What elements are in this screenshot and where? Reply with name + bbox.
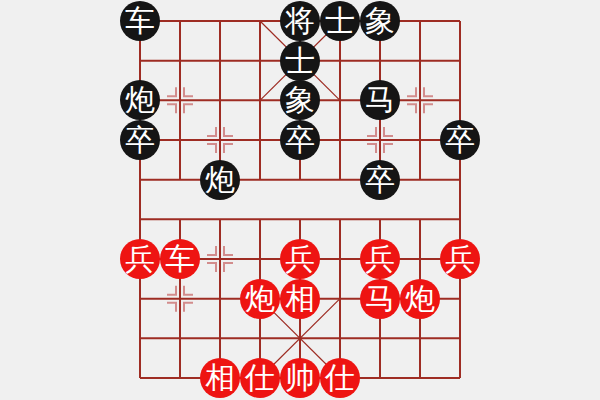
piece-black-pawn[interactable]: 卒 bbox=[120, 120, 160, 160]
piece-black-pawn[interactable]: 卒 bbox=[280, 120, 320, 160]
xiangqi-app: 车将士象士炮象马卒卒卒炮卒兵车兵兵兵炮相马炮相仕帅仕 bbox=[0, 0, 600, 400]
piece-black-advisor[interactable]: 士 bbox=[280, 41, 320, 81]
piece-red-pawn[interactable]: 兵 bbox=[440, 239, 480, 279]
piece-black-pawn[interactable]: 卒 bbox=[360, 160, 400, 200]
piece-red-pawn[interactable]: 兵 bbox=[360, 239, 400, 279]
piece-red-advisor[interactable]: 仕 bbox=[320, 358, 360, 398]
piece-black-horse[interactable]: 马 bbox=[360, 80, 400, 120]
piece-red-pawn[interactable]: 兵 bbox=[120, 239, 160, 279]
piece-red-horse[interactable]: 马 bbox=[360, 279, 400, 319]
piece-red-king[interactable]: 帅 bbox=[280, 358, 320, 398]
piece-black-cannon[interactable]: 炮 bbox=[120, 80, 160, 120]
piece-black-elephant[interactable]: 象 bbox=[360, 1, 400, 41]
piece-red-chariot[interactable]: 车 bbox=[160, 239, 200, 279]
piece-black-cannon[interactable]: 炮 bbox=[200, 160, 240, 200]
piece-black-advisor[interactable]: 士 bbox=[320, 1, 360, 41]
piece-black-pawn[interactable]: 卒 bbox=[440, 120, 480, 160]
piece-red-cannon[interactable]: 炮 bbox=[240, 279, 280, 319]
pieces-layer: 车将士象士炮象马卒卒卒炮卒兵车兵兵兵炮相马炮相仕帅仕 bbox=[0, 0, 600, 400]
piece-black-king[interactable]: 将 bbox=[280, 1, 320, 41]
piece-red-pawn[interactable]: 兵 bbox=[280, 239, 320, 279]
piece-red-cannon[interactable]: 炮 bbox=[400, 279, 440, 319]
piece-black-elephant[interactable]: 象 bbox=[280, 80, 320, 120]
piece-black-chariot[interactable]: 车 bbox=[120, 1, 160, 41]
piece-red-elephant[interactable]: 相 bbox=[280, 279, 320, 319]
piece-red-advisor[interactable]: 仕 bbox=[240, 358, 280, 398]
piece-red-elephant[interactable]: 相 bbox=[200, 358, 240, 398]
